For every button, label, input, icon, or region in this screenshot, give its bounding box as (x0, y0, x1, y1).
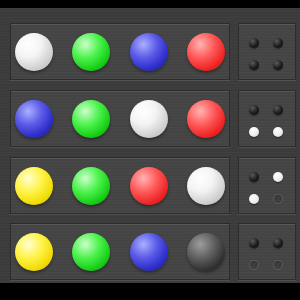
guess-ball[interactable] (72, 33, 110, 71)
guess-ball[interactable] (187, 33, 225, 71)
guess-ball[interactable] (72, 100, 110, 138)
feedback-panel-4 (238, 223, 296, 280)
feedback-peg (273, 38, 283, 48)
feedback-peg (273, 60, 283, 70)
guess-ball[interactable] (187, 233, 225, 271)
guess-ball[interactable] (130, 167, 168, 205)
feedback-panel-3 (238, 157, 296, 214)
feedback-peg (249, 127, 259, 137)
guess-ball[interactable] (72, 233, 110, 271)
letterbox-bottom (0, 283, 300, 300)
guess-row-4 (10, 223, 230, 280)
guess-row-2 (10, 90, 230, 147)
feedback-peg (273, 172, 283, 182)
guess-ball[interactable] (15, 167, 53, 205)
guess-ball[interactable] (130, 33, 168, 71)
feedback-peg (249, 238, 259, 248)
feedback-peg (249, 194, 259, 204)
feedback-peg (273, 127, 283, 137)
guess-ball[interactable] (15, 233, 53, 271)
feedback-panel-1 (238, 23, 296, 80)
feedback-peg (273, 105, 283, 115)
feedback-peg (273, 238, 283, 248)
feedback-peg (249, 172, 259, 182)
guess-row-3 (10, 157, 230, 214)
feedback-peg (249, 260, 259, 270)
feedback-peg (249, 38, 259, 48)
game-background (0, 8, 300, 283)
mastermind-board (0, 0, 300, 300)
feedback-peg (273, 260, 283, 270)
guess-ball[interactable] (15, 100, 53, 138)
guess-ball[interactable] (15, 33, 53, 71)
feedback-panel-2 (238, 90, 296, 147)
guess-ball[interactable] (130, 100, 168, 138)
guess-row-1 (10, 23, 230, 80)
feedback-peg (273, 194, 283, 204)
guess-ball[interactable] (130, 233, 168, 271)
feedback-peg (249, 60, 259, 70)
guess-ball[interactable] (72, 167, 110, 205)
feedback-peg (249, 105, 259, 115)
guess-ball[interactable] (187, 167, 225, 205)
guess-ball[interactable] (187, 100, 225, 138)
letterbox-top (0, 0, 300, 8)
